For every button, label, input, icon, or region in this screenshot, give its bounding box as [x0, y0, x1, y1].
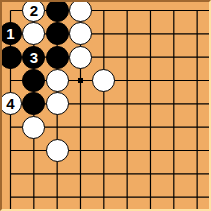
intersection — [115, 22, 138, 45]
intersection — [0, 46, 22, 69]
stone-white — [46, 139, 69, 162]
intersection — [185, 139, 208, 162]
intersection — [46, 92, 69, 115]
intersection — [115, 0, 138, 22]
intersection — [69, 22, 92, 45]
intersection — [22, 162, 45, 185]
intersection — [162, 162, 185, 185]
intersection — [46, 69, 69, 92]
move-number-label: 3 — [30, 49, 38, 64]
intersection — [22, 69, 45, 92]
stone-black — [0, 46, 22, 69]
intersection — [46, 139, 69, 162]
stone-black — [46, 0, 69, 22]
stone-black — [22, 69, 45, 92]
intersection: 1 — [0, 22, 22, 45]
intersection — [139, 22, 162, 45]
board-grid: 2134 — [0, 0, 209, 209]
intersection — [162, 139, 185, 162]
intersection — [22, 139, 45, 162]
intersection — [139, 92, 162, 115]
stone-white — [69, 22, 92, 45]
intersection — [92, 139, 115, 162]
intersection — [185, 162, 208, 185]
intersection: 4 — [0, 92, 22, 115]
intersection — [162, 0, 185, 22]
stone-white — [22, 22, 45, 45]
intersection — [115, 115, 138, 138]
stone-white — [69, 0, 92, 22]
intersection — [46, 22, 69, 45]
intersection — [139, 69, 162, 92]
intersection — [92, 185, 115, 208]
intersection — [92, 115, 115, 138]
stone-black: 1 — [0, 22, 22, 45]
intersection — [185, 185, 208, 208]
move-number-label: 2 — [30, 3, 38, 18]
stone-black: 3 — [22, 46, 45, 69]
intersection — [115, 46, 138, 69]
intersection — [92, 69, 115, 92]
go-board-diagram: 2134 — [0, 0, 211, 211]
intersection — [69, 162, 92, 185]
intersection — [0, 162, 22, 185]
stone-black — [22, 92, 45, 115]
intersection — [46, 185, 69, 208]
intersection — [92, 92, 115, 115]
stone-white: 2 — [22, 0, 45, 22]
intersection — [69, 69, 92, 92]
intersection — [115, 185, 138, 208]
intersection: 2 — [22, 0, 45, 22]
intersection — [115, 139, 138, 162]
stone-white — [46, 92, 69, 115]
intersection — [92, 162, 115, 185]
intersection — [162, 115, 185, 138]
stone-white: 4 — [0, 92, 22, 115]
intersection — [162, 22, 185, 45]
intersection — [185, 69, 208, 92]
intersection — [0, 0, 22, 22]
intersection — [22, 22, 45, 45]
intersection — [0, 69, 22, 92]
intersection — [46, 0, 69, 22]
intersection — [115, 92, 138, 115]
intersection — [162, 92, 185, 115]
intersection — [115, 162, 138, 185]
intersection: 3 — [22, 46, 45, 69]
intersection — [46, 46, 69, 69]
intersection — [69, 0, 92, 22]
stone-white — [92, 69, 115, 92]
intersection — [162, 69, 185, 92]
intersection — [185, 22, 208, 45]
intersection — [92, 46, 115, 69]
intersection — [185, 0, 208, 22]
intersection — [22, 92, 45, 115]
intersection — [0, 115, 22, 138]
intersection — [139, 46, 162, 69]
intersection — [92, 0, 115, 22]
intersection — [185, 46, 208, 69]
intersection — [69, 139, 92, 162]
intersection — [92, 22, 115, 45]
intersection — [46, 162, 69, 185]
stone-black — [46, 22, 69, 45]
intersection — [139, 162, 162, 185]
stone-white — [46, 69, 69, 92]
intersection — [69, 46, 92, 69]
stone-white — [69, 46, 92, 69]
intersection — [139, 185, 162, 208]
intersection — [162, 185, 185, 208]
stone-black — [46, 46, 69, 69]
move-number-label: 4 — [6, 96, 14, 111]
intersection — [139, 115, 162, 138]
intersection — [22, 115, 45, 138]
intersection — [69, 115, 92, 138]
intersection — [22, 185, 45, 208]
intersection — [46, 115, 69, 138]
intersection — [0, 185, 22, 208]
intersection — [69, 92, 92, 115]
intersection — [139, 139, 162, 162]
intersection — [0, 139, 22, 162]
move-number-label: 1 — [6, 26, 14, 41]
intersection — [185, 115, 208, 138]
stone-white — [22, 116, 45, 139]
intersection — [115, 69, 138, 92]
intersection — [185, 92, 208, 115]
intersection — [69, 185, 92, 208]
intersection — [162, 46, 185, 69]
intersection — [139, 0, 162, 22]
